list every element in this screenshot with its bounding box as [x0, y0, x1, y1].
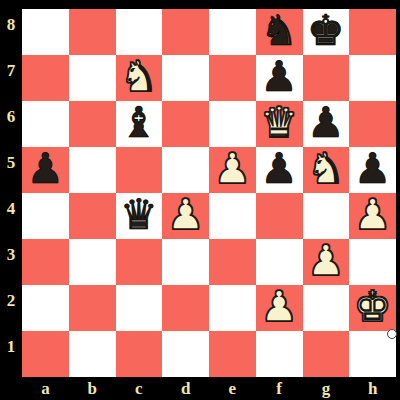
square-d1[interactable] — [162, 331, 209, 377]
square-h2[interactable]: ♚ — [349, 285, 396, 331]
file-label-c: c — [116, 377, 163, 400]
square-d6[interactable] — [162, 101, 209, 147]
square-h7[interactable] — [349, 55, 396, 101]
square-a8[interactable] — [22, 9, 69, 55]
chess-puzzle-screenshot: ♞♚♞♟♝♛♟♟♟♟♞♟♛♟♟♟♟♚ 87654321 abcdefgh — [0, 0, 400, 400]
rank-label-8: 8 — [0, 2, 22, 48]
square-d4[interactable]: ♟ — [162, 193, 209, 239]
square-b4[interactable] — [69, 193, 116, 239]
file-labels: abcdefgh — [22, 377, 396, 400]
chess-board: ♞♚♞♟♝♛♟♟♟♟♞♟♛♟♟♟♟♚ — [22, 9, 396, 377]
square-e6[interactable] — [209, 101, 256, 147]
square-e5[interactable]: ♟ — [209, 147, 256, 193]
square-b6[interactable] — [69, 101, 116, 147]
file-label-b: b — [69, 377, 116, 400]
rank-label-2: 2 — [0, 278, 22, 324]
square-g2[interactable] — [303, 285, 350, 331]
file-label-g: g — [303, 377, 350, 400]
square-g8[interactable]: ♚ — [303, 9, 350, 55]
square-b7[interactable] — [69, 55, 116, 101]
square-c4[interactable]: ♛ — [116, 193, 163, 239]
square-c8[interactable] — [116, 9, 163, 55]
square-c5[interactable] — [116, 147, 163, 193]
square-f7[interactable]: ♟ — [256, 55, 303, 101]
black-pawn-a5[interactable]: ♟ — [27, 146, 65, 192]
square-a1[interactable] — [22, 331, 69, 377]
rank-label-1: 1 — [0, 324, 22, 370]
rank-label-7: 7 — [0, 48, 22, 94]
square-c3[interactable] — [116, 239, 163, 285]
black-pawn-h5[interactable]: ♟ — [354, 146, 392, 192]
square-d8[interactable] — [162, 9, 209, 55]
white-pawn-h4[interactable]: ♟ — [354, 192, 392, 238]
black-queen-c4[interactable]: ♛ — [120, 192, 158, 238]
square-e1[interactable] — [209, 331, 256, 377]
square-a2[interactable] — [22, 285, 69, 331]
white-pawn-f2[interactable]: ♟ — [260, 284, 298, 330]
square-a6[interactable] — [22, 101, 69, 147]
black-pawn-f5[interactable]: ♟ — [260, 146, 298, 192]
square-d5[interactable] — [162, 147, 209, 193]
white-king-h2[interactable]: ♚ — [354, 284, 392, 330]
black-king-g8[interactable]: ♚ — [307, 8, 345, 54]
square-a4[interactable] — [22, 193, 69, 239]
square-f2[interactable]: ♟ — [256, 285, 303, 331]
square-d3[interactable] — [162, 239, 209, 285]
square-h5[interactable]: ♟ — [349, 147, 396, 193]
square-b5[interactable] — [69, 147, 116, 193]
square-f8[interactable]: ♞ — [256, 9, 303, 55]
square-h8[interactable] — [349, 9, 396, 55]
file-label-h: h — [349, 377, 396, 400]
white-knight-c7[interactable]: ♞ — [120, 54, 158, 100]
rank-label-4: 4 — [0, 186, 22, 232]
square-b1[interactable] — [69, 331, 116, 377]
square-e7[interactable] — [209, 55, 256, 101]
square-c6[interactable]: ♝ — [116, 101, 163, 147]
white-to-move-indicator — [387, 329, 397, 339]
rank-labels: 87654321 — [0, 9, 22, 377]
white-queen-f6[interactable]: ♛ — [260, 100, 298, 146]
square-d7[interactable] — [162, 55, 209, 101]
square-a5[interactable]: ♟ — [22, 147, 69, 193]
square-g7[interactable] — [303, 55, 350, 101]
file-label-d: d — [162, 377, 209, 400]
black-knight-f8[interactable]: ♞ — [260, 8, 298, 54]
square-f3[interactable] — [256, 239, 303, 285]
square-g5[interactable]: ♞ — [303, 147, 350, 193]
square-h6[interactable] — [349, 101, 396, 147]
white-pawn-e5[interactable]: ♟ — [214, 146, 252, 192]
square-f6[interactable]: ♛ — [256, 101, 303, 147]
square-h3[interactable] — [349, 239, 396, 285]
black-bishop-c6[interactable]: ♝ — [120, 100, 158, 146]
file-label-a: a — [22, 377, 69, 400]
square-e4[interactable] — [209, 193, 256, 239]
square-g4[interactable] — [303, 193, 350, 239]
rank-label-6: 6 — [0, 94, 22, 140]
square-d2[interactable] — [162, 285, 209, 331]
white-knight-g5[interactable]: ♞ — [307, 146, 345, 192]
square-g3[interactable]: ♟ — [303, 239, 350, 285]
square-f1[interactable] — [256, 331, 303, 377]
white-pawn-d4[interactable]: ♟ — [167, 192, 205, 238]
square-c1[interactable] — [116, 331, 163, 377]
square-c7[interactable]: ♞ — [116, 55, 163, 101]
square-b2[interactable] — [69, 285, 116, 331]
file-label-e: e — [209, 377, 256, 400]
square-a3[interactable] — [22, 239, 69, 285]
square-e2[interactable] — [209, 285, 256, 331]
square-e8[interactable] — [209, 9, 256, 55]
square-f4[interactable] — [256, 193, 303, 239]
square-g1[interactable] — [303, 331, 350, 377]
rank-label-5: 5 — [0, 140, 22, 186]
square-f5[interactable]: ♟ — [256, 147, 303, 193]
square-b8[interactable] — [69, 9, 116, 55]
square-a7[interactable] — [22, 55, 69, 101]
black-pawn-f7[interactable]: ♟ — [260, 54, 298, 100]
black-pawn-g6[interactable]: ♟ — [307, 100, 345, 146]
rank-label-3: 3 — [0, 232, 22, 278]
square-g6[interactable]: ♟ — [303, 101, 350, 147]
white-pawn-g3[interactable]: ♟ — [307, 238, 345, 284]
file-label-f: f — [256, 377, 303, 400]
square-c2[interactable] — [116, 285, 163, 331]
square-h4[interactable]: ♟ — [349, 193, 396, 239]
square-e3[interactable] — [209, 239, 256, 285]
square-b3[interactable] — [69, 239, 116, 285]
